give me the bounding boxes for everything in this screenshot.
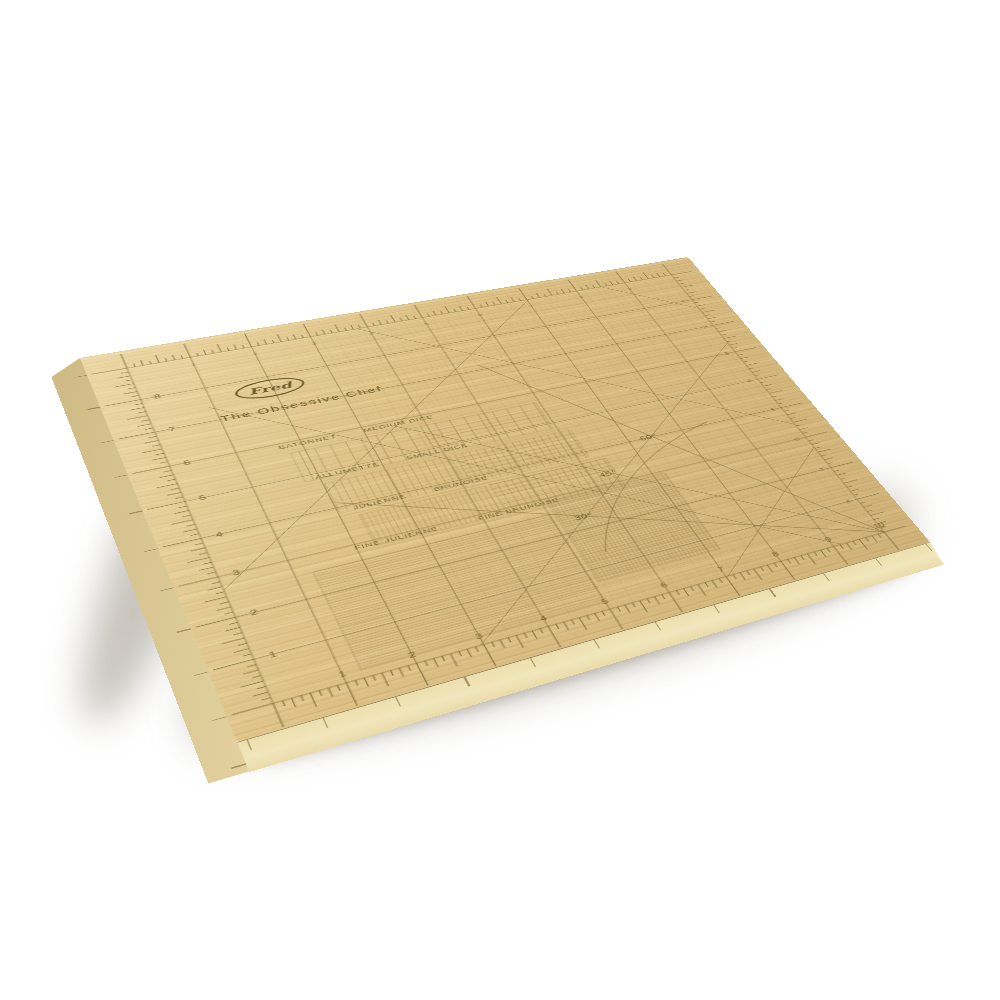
tick-top [662,264,671,275]
tick-left [247,665,256,667]
tick-bottom [442,656,445,661]
tick-bottom [382,673,389,686]
tick-top [547,289,552,296]
tick-right [818,449,831,452]
tick-left [187,524,195,526]
tick-right [694,302,699,303]
tick-top [335,325,339,332]
tick-top [322,329,325,334]
tick-top [441,311,443,314]
tick-left [171,488,179,490]
tick-bottom [733,574,736,578]
tick-right [676,280,684,281]
tick-bottom [579,618,587,630]
tick-left [196,617,236,627]
tick-top [586,285,589,289]
tick-top [467,307,469,310]
tick-right [729,344,737,346]
tick-left [216,607,231,611]
tick-right [799,428,807,430]
cutting-board: 123456789101234567812345678123456789 Fre… [46,257,947,784]
tick-bottom [617,607,620,612]
tick-bottom [467,649,472,657]
tick-top [414,305,422,317]
tick-right [857,493,879,499]
tick-left [195,543,203,545]
tick-bottom [884,532,899,550]
tick-right [692,296,712,300]
tick-left [124,392,137,394]
tick-right [766,389,771,390]
tick-top [141,360,143,365]
tick-right [781,403,802,408]
tick-left [188,557,210,562]
tick-top [155,355,159,363]
tick-top [593,285,595,288]
tick-right [809,440,814,441]
tick-bottom [787,559,790,563]
tick-right [752,371,760,373]
ruler-number-left: 4 [214,530,224,539]
tick-bottom [683,588,688,595]
tick-left [131,408,144,410]
tick-top [391,315,395,322]
tick-right [841,478,846,479]
tick-bottom [301,695,303,700]
tick-left [156,484,177,488]
tick-left [167,479,175,481]
tick-right [682,285,694,287]
tick-right [775,399,783,401]
tick-bottom [508,637,511,642]
tick-bottom [532,631,537,639]
tick-bottom [524,633,527,638]
tick-top [643,272,648,278]
tick-right [721,334,726,335]
tick-left [208,587,223,591]
tick-bottom [654,596,659,604]
tick-bottom [662,594,665,599]
tick-bottom [669,592,682,612]
tick-bottom [705,582,708,587]
tick-right [708,317,716,318]
tick-top [485,302,488,306]
tick-bottom [516,635,523,647]
tick-left [167,492,181,495]
tick-bottom [459,651,462,656]
tick-top [454,309,456,312]
tick-right [772,396,777,397]
tick-top [181,355,183,358]
tick-bottom [292,698,296,707]
tick-bottom [571,620,574,625]
tick-left [160,475,174,478]
tick-right [796,425,801,426]
tick-left [252,675,261,677]
tick-right [834,470,839,471]
tick-top [433,311,436,316]
tick-bottom [774,563,777,567]
tick-left [135,404,143,405]
ruler-number-left: 7 [167,425,177,433]
tick-left [222,638,245,644]
tick-top [242,345,244,348]
tick-top [414,316,416,319]
tick-top [610,281,613,285]
tick-right [727,341,732,342]
tick-top [568,289,570,292]
tick-top [351,325,354,330]
tick-top [227,348,229,351]
tick-top [287,337,289,340]
tick-right [884,526,906,532]
tick-right [679,283,684,284]
tick-top [581,287,583,290]
tick-top [386,320,388,323]
tick-bottom [346,683,357,706]
tick-top [605,283,607,286]
tick-top [277,334,281,341]
tick-top [257,342,259,345]
tick-bottom [833,546,847,564]
tick-left [124,380,132,381]
tick-left [179,506,187,508]
tick-top [617,281,619,284]
tick-bottom [640,601,648,613]
tick-top [359,325,361,328]
tick-right [687,292,695,293]
tick-left [199,553,207,555]
ruler-number-left: 3 [231,568,242,577]
tick-right [713,321,734,325]
tick-bottom [632,603,635,608]
tick-right [784,410,789,411]
tick-bottom [328,688,332,697]
tick-bottom [814,552,817,556]
tick-bottom [747,571,750,575]
tick-bottom [408,666,411,671]
tick-left [117,376,130,378]
tick-right [854,494,859,495]
tick-top [134,364,135,367]
tick-left [225,627,240,631]
tick-top [544,294,546,297]
tick-left [216,592,225,594]
tick-bottom [310,693,316,707]
ruler-number-left: 8 [153,393,163,400]
tick-left [138,424,152,427]
tick-bottom [872,536,878,543]
tick-left [207,572,215,574]
tick-bottom [450,654,457,667]
tick-top [596,280,601,287]
tick-top [445,306,450,313]
tick-left [163,470,171,472]
tick-right [874,518,879,519]
tick-right [718,330,726,332]
tick-bottom [740,573,745,580]
ruler-number-top: 1 [190,362,197,367]
tick-left [257,686,266,688]
tick-left [243,670,258,674]
tick-top [184,344,191,358]
tick-right [724,336,737,339]
tick-bottom [556,624,559,629]
tick-top [568,280,577,292]
tick-right [702,310,715,312]
product-photo: 123456789101234567812345678123456789 Fre… [0,0,1000,1000]
tick-top [561,289,564,293]
tick-bottom [364,678,368,687]
tick-left [204,597,226,602]
fine-julienne-stripes [313,514,606,670]
tick-bottom [475,647,478,652]
tick-top [303,324,310,337]
tick-top [640,277,642,280]
tick-top [150,361,151,364]
tick-left [147,501,185,509]
tick-top [217,344,221,352]
tick-right [705,315,710,316]
tick-bottom [840,545,843,549]
tick-right [790,417,795,418]
tick-bottom [712,580,717,587]
tick-right [735,348,756,352]
tick-right [746,363,759,366]
ruler-number-bottom: 1 [336,669,348,680]
tick-bottom [484,644,496,666]
tick-top [400,318,402,321]
tick-top [330,330,332,333]
tick-top [212,350,214,353]
tick-bottom [355,680,358,685]
tick-top [531,296,533,299]
tick-left [131,396,139,397]
ruler-number-left: 6 [182,458,192,466]
tick-top [264,339,267,344]
tick-bottom [610,609,623,629]
tick-top [497,297,502,304]
ruler-number-left: 2 [248,607,259,617]
tick-right [749,368,754,369]
tick-top [373,323,375,326]
tick-left [145,440,159,443]
tick-right [812,443,820,445]
tick-right [671,271,691,274]
tick-left [118,432,155,439]
tick-bottom [282,701,284,707]
tick-top [663,273,665,276]
tick-left [238,643,247,645]
tick-right [821,455,826,456]
tick-bottom [807,554,815,565]
tick-left [141,449,162,453]
tick-top [245,334,252,347]
tick-bottom [594,613,599,621]
tick-right [850,489,858,491]
tick-right [738,354,743,355]
tick-bottom [820,550,825,557]
tick-bottom [853,541,856,545]
tick-right [831,462,852,467]
tick-left [199,567,214,570]
tick-left [145,428,153,430]
tick-right [684,289,689,290]
tick-left [229,622,238,624]
tick-right [806,432,827,437]
tick-bottom [587,615,590,620]
tick-left [225,612,234,614]
tick-top [406,315,409,320]
tick-left [220,602,229,604]
ruler-number-top: 2 [252,351,259,356]
tick-right [815,447,820,448]
tick-bottom [647,599,650,604]
tick-top [121,354,127,368]
tick-top [493,302,495,305]
tick-left [175,497,183,499]
tick-bottom [719,578,722,582]
tick-bottom [827,548,830,552]
tick-right [787,413,795,415]
tick-top [345,328,347,331]
tick-right [755,375,760,376]
tick-right [867,510,872,511]
tick-left [179,577,218,586]
tick-top [197,353,199,356]
tick-right [837,473,845,475]
tick-left [243,654,252,656]
tick-right [732,347,737,348]
tick-right [828,462,833,463]
tick-bottom [760,567,763,571]
tick-top [316,332,318,335]
tick-left [175,511,189,514]
tick-top [234,344,237,349]
tick-top [511,297,514,301]
tick-right [793,419,806,422]
tick-left [191,548,205,551]
tick-right [716,328,721,329]
tick-top [379,320,382,325]
tick-right [860,502,865,503]
tick-bottom [425,661,428,666]
tick-right [689,296,694,297]
tick-left [156,453,164,455]
tick-right [844,480,857,483]
tick-bottom [548,626,561,647]
tick-left [172,520,193,525]
tick-bottom [878,534,881,538]
tick-right [764,384,772,386]
tick-right [700,308,705,309]
tick-right [824,458,832,460]
tick-top [629,279,631,282]
tick-bottom [698,584,706,595]
tick-bottom [625,605,630,613]
tick-top [293,334,296,339]
tick-bottom [676,590,679,595]
tick-bottom [399,668,403,677]
tick-left [160,462,168,464]
tick-left [212,582,221,584]
tick-left [191,534,199,536]
tick-right [743,361,748,362]
tick-right [847,486,852,487]
tick-bottom [726,576,740,595]
tick-bottom [602,611,605,616]
tick-bottom [540,628,543,633]
tick-left [114,384,134,388]
tick-bottom [337,685,340,690]
tick-left [203,562,211,564]
tick-top [467,296,475,308]
tick-right [871,512,884,516]
tick-left [132,466,169,474]
tick-top [165,358,166,361]
tick-right [778,403,783,404]
tick-left [163,538,202,547]
tick-bottom [767,565,772,572]
tick-top [272,340,274,343]
tick-left [152,457,166,460]
tick-left [142,420,150,421]
tick-left [240,681,263,687]
tick-bottom [781,561,795,580]
tick-right [674,277,679,278]
tick-top [172,355,174,360]
tick-top [302,335,304,338]
tick-bottom [794,557,799,564]
tick-top [633,277,636,281]
tick-top [506,300,508,303]
tick-bottom [846,543,851,550]
tick-top [556,292,558,295]
ruler-number-left: 5 [197,493,207,502]
tick-top [652,275,654,278]
tick-bottom [564,622,569,630]
tick-left [213,659,254,670]
tick-top [459,306,462,310]
tick-bottom [492,642,495,647]
tick-left [149,436,157,438]
tick-right [864,505,872,507]
tick-bottom [319,690,322,695]
tick-left [234,633,243,635]
tick-left [128,388,136,389]
tick-left [127,416,147,420]
tick-top [480,305,482,308]
tick-right [761,382,766,383]
tick-right [741,357,749,359]
tick-bottom [273,703,283,727]
tick-right [710,321,715,322]
tick-top [518,288,527,300]
tick-bottom [416,663,428,685]
tick-bottom [801,555,804,559]
tick-bottom [691,586,694,591]
tick-bottom [391,670,394,675]
tick-bottom [754,569,762,580]
tick-left [262,698,271,700]
tick-top [656,273,659,277]
tick-right [758,375,779,379]
tick-bottom [373,675,376,680]
tick-top [427,313,429,316]
tick-left [183,515,191,517]
tick-left [253,692,268,696]
tick-bottom [434,658,438,666]
